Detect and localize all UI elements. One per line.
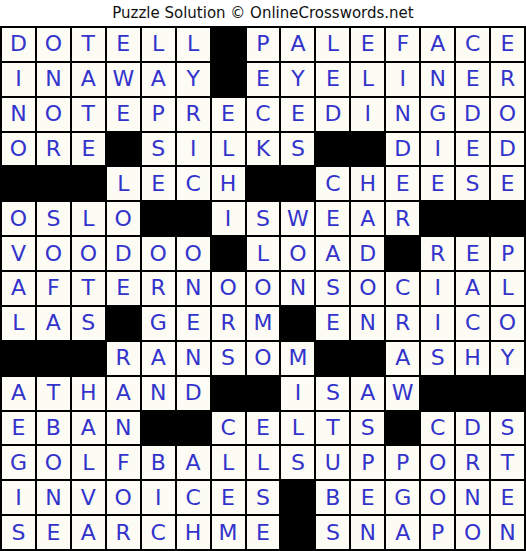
- letter-cell: P: [490, 236, 525, 271]
- letter-cell: T: [490, 445, 525, 480]
- letter-cell: I: [211, 201, 246, 236]
- letter-cell: I: [176, 132, 211, 167]
- letter-cell: S: [455, 166, 490, 201]
- block-cell: [385, 236, 420, 271]
- letter-cell: C: [211, 411, 246, 446]
- letter-cell: O: [36, 97, 71, 132]
- letter-cell: I: [420, 306, 455, 341]
- letter-cell: N: [36, 480, 71, 515]
- letter-cell: L: [490, 271, 525, 306]
- letter-cell: R: [385, 306, 420, 341]
- letter-cell: H: [455, 341, 490, 376]
- letter-cell: E: [455, 62, 490, 97]
- block-cell: [176, 411, 211, 446]
- letter-cell: R: [490, 62, 525, 97]
- letter-cell: E: [385, 166, 420, 201]
- letter-cell: O: [420, 480, 455, 515]
- letter-cell: A: [315, 236, 350, 271]
- letter-cell: G: [385, 480, 420, 515]
- block-cell: [420, 201, 455, 236]
- letter-cell: A: [71, 62, 106, 97]
- letter-cell: A: [455, 271, 490, 306]
- letter-cell: E: [246, 515, 281, 550]
- letter-cell: S: [280, 445, 315, 480]
- letter-cell: C: [385, 271, 420, 306]
- letter-cell: A: [106, 376, 141, 411]
- letter-cell: O: [106, 201, 141, 236]
- letter-cell: T: [315, 411, 350, 446]
- letter-cell: C: [455, 27, 490, 62]
- letter-cell: I: [280, 376, 315, 411]
- letter-cell: O: [176, 236, 211, 271]
- letter-cell: S: [420, 341, 455, 376]
- letter-cell: E: [315, 201, 350, 236]
- letter-cell: K: [246, 132, 281, 167]
- letter-cell: N: [350, 306, 385, 341]
- letter-cell: O: [211, 271, 246, 306]
- letter-cell: Y: [176, 62, 211, 97]
- block-cell: [211, 62, 246, 97]
- letter-cell: S: [490, 411, 525, 446]
- letter-cell: L: [280, 411, 315, 446]
- letter-cell: D: [350, 236, 385, 271]
- letter-cell: T: [71, 27, 106, 62]
- letter-cell: D: [455, 97, 490, 132]
- block-cell: [490, 201, 525, 236]
- letter-cell: O: [71, 236, 106, 271]
- letter-cell: I: [1, 480, 36, 515]
- letter-cell: S: [280, 132, 315, 167]
- letter-cell: A: [71, 515, 106, 550]
- letter-cell: R: [141, 271, 176, 306]
- letter-cell: I: [385, 62, 420, 97]
- block-cell: [71, 166, 106, 201]
- letter-cell: H: [71, 376, 106, 411]
- letter-cell: E: [246, 62, 281, 97]
- letter-cell: A: [420, 27, 455, 62]
- letter-cell: D: [1, 27, 36, 62]
- letter-cell: W: [280, 201, 315, 236]
- block-cell: [211, 27, 246, 62]
- letter-cell: E: [106, 97, 141, 132]
- letter-cell: I: [1, 62, 36, 97]
- letter-cell: S: [315, 515, 350, 550]
- letter-cell: O: [246, 271, 281, 306]
- letter-cell: R: [36, 132, 71, 167]
- letter-cell: L: [246, 236, 281, 271]
- letter-cell: P: [385, 445, 420, 480]
- letter-cell: A: [36, 306, 71, 341]
- letter-cell: E: [420, 166, 455, 201]
- letter-cell: R: [420, 236, 455, 271]
- block-cell: [350, 341, 385, 376]
- letter-cell: E: [280, 97, 315, 132]
- letter-cell: U: [315, 445, 350, 480]
- letter-cell: O: [1, 201, 36, 236]
- letter-cell: N: [176, 271, 211, 306]
- letter-cell: O: [1, 132, 36, 167]
- letter-cell: A: [350, 376, 385, 411]
- block-cell: [350, 132, 385, 167]
- block-cell: [141, 411, 176, 446]
- block-cell: [141, 201, 176, 236]
- letter-cell: F: [36, 271, 71, 306]
- block-cell: [280, 166, 315, 201]
- letter-cell: E: [211, 97, 246, 132]
- letter-cell: D: [315, 97, 350, 132]
- letter-cell: I: [420, 271, 455, 306]
- letter-cell: A: [350, 201, 385, 236]
- letter-cell: N: [490, 515, 525, 550]
- letter-cell: D: [455, 411, 490, 446]
- block-cell: [315, 341, 350, 376]
- letter-cell: O: [490, 306, 525, 341]
- block-cell: [36, 166, 71, 201]
- letter-cell: A: [1, 376, 36, 411]
- letter-cell: O: [280, 236, 315, 271]
- letter-cell: R: [211, 306, 246, 341]
- letter-cell: E: [490, 480, 525, 515]
- letter-cell: A: [385, 515, 420, 550]
- block-cell: [246, 166, 281, 201]
- letter-cell: C: [455, 306, 490, 341]
- letter-cell: N: [176, 341, 211, 376]
- block-cell: [71, 341, 106, 376]
- letter-cell: E: [350, 27, 385, 62]
- letter-cell: A: [385, 341, 420, 376]
- letter-cell: V: [1, 236, 36, 271]
- letter-cell: G: [141, 306, 176, 341]
- letter-cell: R: [106, 515, 141, 550]
- letter-cell: A: [1, 271, 36, 306]
- letter-cell: L: [1, 306, 36, 341]
- letter-cell: E: [1, 411, 36, 446]
- block-cell: [420, 376, 455, 411]
- letter-cell: N: [1, 97, 36, 132]
- letter-cell: F: [385, 27, 420, 62]
- letter-cell: G: [1, 445, 36, 480]
- letter-cell: T: [71, 271, 106, 306]
- letter-cell: L: [246, 445, 281, 480]
- letter-cell: R: [385, 201, 420, 236]
- block-cell: [106, 132, 141, 167]
- letter-cell: M: [246, 306, 281, 341]
- puzzle-solution-page: Puzzle Solution © OnlineCrosswords.net D…: [0, 0, 526, 551]
- letter-cell: E: [141, 166, 176, 201]
- block-cell: [36, 341, 71, 376]
- block-cell: [211, 236, 246, 271]
- letter-cell: O: [36, 445, 71, 480]
- block-cell: [1, 166, 36, 201]
- letter-cell: A: [176, 445, 211, 480]
- letter-cell: I: [141, 480, 176, 515]
- letter-cell: O: [246, 341, 281, 376]
- letter-cell: E: [315, 306, 350, 341]
- letter-cell: A: [71, 411, 106, 446]
- letter-cell: D: [490, 132, 525, 167]
- letter-cell: O: [106, 480, 141, 515]
- block-cell: [490, 376, 525, 411]
- letter-cell: Y: [280, 62, 315, 97]
- letter-cell: S: [315, 376, 350, 411]
- letter-cell: D: [106, 236, 141, 271]
- letter-cell: F: [106, 445, 141, 480]
- letter-cell: T: [36, 376, 71, 411]
- letter-cell: S: [246, 201, 281, 236]
- letter-cell: M: [211, 515, 246, 550]
- letter-cell: N: [350, 515, 385, 550]
- letter-cell: P: [350, 445, 385, 480]
- letter-cell: C: [141, 515, 176, 550]
- letter-cell: L: [211, 132, 246, 167]
- letter-cell: E: [211, 480, 246, 515]
- block-cell: [280, 306, 315, 341]
- letter-cell: H: [211, 166, 246, 201]
- letter-cell: O: [420, 445, 455, 480]
- letter-cell: A: [280, 27, 315, 62]
- letter-cell: N: [141, 376, 176, 411]
- letter-cell: L: [211, 445, 246, 480]
- letter-cell: O: [490, 97, 525, 132]
- letter-cell: S: [1, 515, 36, 550]
- letter-cell: O: [455, 515, 490, 550]
- letter-cell: E: [315, 62, 350, 97]
- block-cell: [211, 376, 246, 411]
- letter-cell: R: [176, 97, 211, 132]
- letter-cell: O: [350, 271, 385, 306]
- block-cell: [176, 201, 211, 236]
- letter-cell: N: [36, 62, 71, 97]
- letter-cell: E: [350, 480, 385, 515]
- letter-cell: N: [420, 62, 455, 97]
- block-cell: [280, 515, 315, 550]
- letter-cell: E: [106, 271, 141, 306]
- letter-cell: E: [36, 515, 71, 550]
- letter-cell: C: [315, 166, 350, 201]
- letter-cell: S: [246, 480, 281, 515]
- letter-cell: C: [420, 411, 455, 446]
- letter-cell: S: [350, 411, 385, 446]
- block-cell: [385, 411, 420, 446]
- letter-cell: B: [36, 411, 71, 446]
- block-cell: [455, 201, 490, 236]
- block-cell: [280, 480, 315, 515]
- letter-cell: L: [71, 201, 106, 236]
- letter-cell: A: [141, 341, 176, 376]
- letter-cell: E: [246, 411, 281, 446]
- letter-cell: P: [420, 515, 455, 550]
- letter-cell: E: [71, 132, 106, 167]
- letter-cell: D: [176, 376, 211, 411]
- letter-cell: T: [71, 97, 106, 132]
- letter-cell: C: [176, 480, 211, 515]
- letter-cell: D: [385, 132, 420, 167]
- letter-cell: L: [315, 27, 350, 62]
- letter-cell: L: [71, 445, 106, 480]
- letter-cell: R: [106, 341, 141, 376]
- letter-cell: E: [106, 27, 141, 62]
- block-cell: [455, 376, 490, 411]
- letter-cell: S: [71, 306, 106, 341]
- letter-cell: W: [385, 376, 420, 411]
- letter-cell: G: [420, 97, 455, 132]
- letter-cell: C: [176, 166, 211, 201]
- letter-cell: N: [385, 97, 420, 132]
- letter-cell: B: [315, 480, 350, 515]
- letter-cell: N: [280, 271, 315, 306]
- letter-cell: L: [176, 27, 211, 62]
- letter-cell: E: [455, 236, 490, 271]
- letter-cell: E: [455, 132, 490, 167]
- letter-cell: P: [246, 27, 281, 62]
- letter-cell: H: [350, 166, 385, 201]
- letter-cell: M: [280, 341, 315, 376]
- letter-cell: I: [420, 132, 455, 167]
- letter-cell: V: [71, 480, 106, 515]
- letter-cell: E: [176, 306, 211, 341]
- letter-cell: P: [141, 97, 176, 132]
- letter-cell: B: [141, 445, 176, 480]
- letter-cell: R: [455, 445, 490, 480]
- letter-cell: L: [350, 62, 385, 97]
- letter-cell: N: [106, 411, 141, 446]
- block-cell: [246, 376, 281, 411]
- letter-cell: I: [350, 97, 385, 132]
- letter-cell: N: [455, 480, 490, 515]
- letter-cell: O: [36, 236, 71, 271]
- letter-cell: S: [315, 271, 350, 306]
- block-cell: [1, 341, 36, 376]
- letter-cell: C: [246, 97, 281, 132]
- letter-cell: A: [141, 62, 176, 97]
- letter-cell: L: [106, 166, 141, 201]
- letter-cell: E: [490, 27, 525, 62]
- letter-cell: E: [490, 166, 525, 201]
- letter-cell: S: [36, 201, 71, 236]
- letter-cell: S: [141, 132, 176, 167]
- block-cell: [106, 306, 141, 341]
- letter-cell: S: [211, 341, 246, 376]
- crossword-grid: DOTELLPALEFACEINAWAYEYELINERNOTEPRECEDIN…: [0, 26, 526, 551]
- letter-cell: Y: [490, 341, 525, 376]
- letter-cell: H: [176, 515, 211, 550]
- letter-cell: W: [106, 62, 141, 97]
- letter-cell: O: [36, 27, 71, 62]
- block-cell: [315, 132, 350, 167]
- page-title: Puzzle Solution © OnlineCrosswords.net: [0, 0, 526, 26]
- letter-cell: L: [141, 27, 176, 62]
- letter-cell: O: [141, 236, 176, 271]
